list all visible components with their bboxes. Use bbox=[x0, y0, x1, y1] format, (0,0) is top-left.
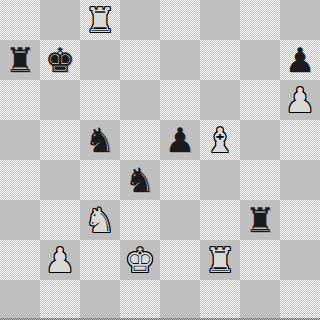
square-h5[interactable] bbox=[280, 120, 320, 160]
square-a4[interactable] bbox=[0, 160, 40, 200]
square-g5[interactable] bbox=[240, 120, 280, 160]
square-g6[interactable] bbox=[240, 80, 280, 120]
white-bishop[interactable]: ♝ bbox=[200, 120, 240, 160]
square-f4[interactable] bbox=[200, 160, 240, 200]
white-pawn[interactable]: ♟ bbox=[280, 80, 320, 120]
square-e2[interactable] bbox=[160, 240, 200, 280]
white-king[interactable]: ♚ bbox=[120, 240, 160, 280]
chess-board: ♜♜♚♟♟♞♟♝♞♞♜♟♚♜ bbox=[0, 0, 320, 320]
black-pawn[interactable]: ♟ bbox=[280, 40, 320, 80]
white-pawn[interactable]: ♟ bbox=[40, 240, 80, 280]
square-h7[interactable]: ♟ bbox=[280, 40, 320, 80]
black-knight[interactable]: ♞ bbox=[120, 160, 160, 200]
white-knight[interactable]: ♞ bbox=[80, 200, 120, 240]
square-c7[interactable] bbox=[80, 40, 120, 80]
square-g1[interactable] bbox=[240, 280, 280, 320]
square-g7[interactable] bbox=[240, 40, 280, 80]
black-rook[interactable]: ♜ bbox=[240, 200, 280, 240]
square-e6[interactable] bbox=[160, 80, 200, 120]
black-knight[interactable]: ♞ bbox=[80, 120, 120, 160]
square-d8[interactable] bbox=[120, 0, 160, 40]
square-b1[interactable] bbox=[40, 280, 80, 320]
square-d1[interactable] bbox=[120, 280, 160, 320]
square-d3[interactable] bbox=[120, 200, 160, 240]
square-e7[interactable] bbox=[160, 40, 200, 80]
square-e4[interactable] bbox=[160, 160, 200, 200]
square-g8[interactable] bbox=[240, 0, 280, 40]
square-c5[interactable]: ♞ bbox=[80, 120, 120, 160]
square-f6[interactable] bbox=[200, 80, 240, 120]
square-b4[interactable] bbox=[40, 160, 80, 200]
square-d6[interactable] bbox=[120, 80, 160, 120]
square-d4[interactable]: ♞ bbox=[120, 160, 160, 200]
square-c2[interactable] bbox=[80, 240, 120, 280]
square-b6[interactable] bbox=[40, 80, 80, 120]
square-g3[interactable]: ♜ bbox=[240, 200, 280, 240]
square-h6[interactable]: ♟ bbox=[280, 80, 320, 120]
black-pawn[interactable]: ♟ bbox=[160, 120, 200, 160]
black-king[interactable]: ♚ bbox=[40, 40, 80, 80]
square-b2[interactable]: ♟ bbox=[40, 240, 80, 280]
square-d5[interactable] bbox=[120, 120, 160, 160]
square-h4[interactable] bbox=[280, 160, 320, 200]
square-c6[interactable] bbox=[80, 80, 120, 120]
square-f8[interactable] bbox=[200, 0, 240, 40]
square-c4[interactable] bbox=[80, 160, 120, 200]
square-f3[interactable] bbox=[200, 200, 240, 240]
square-e8[interactable] bbox=[160, 0, 200, 40]
black-rook[interactable]: ♜ bbox=[0, 40, 40, 80]
square-b5[interactable] bbox=[40, 120, 80, 160]
square-b3[interactable] bbox=[40, 200, 80, 240]
square-e1[interactable] bbox=[160, 280, 200, 320]
square-h8[interactable] bbox=[280, 0, 320, 40]
square-c1[interactable] bbox=[80, 280, 120, 320]
square-e3[interactable] bbox=[160, 200, 200, 240]
square-h3[interactable] bbox=[280, 200, 320, 240]
square-a5[interactable] bbox=[0, 120, 40, 160]
square-a6[interactable] bbox=[0, 80, 40, 120]
square-e5[interactable]: ♟ bbox=[160, 120, 200, 160]
square-a3[interactable] bbox=[0, 200, 40, 240]
square-h1[interactable] bbox=[280, 280, 320, 320]
square-b8[interactable] bbox=[40, 0, 80, 40]
square-a8[interactable] bbox=[0, 0, 40, 40]
white-rook[interactable]: ♜ bbox=[80, 0, 120, 40]
square-f7[interactable] bbox=[200, 40, 240, 80]
square-d7[interactable] bbox=[120, 40, 160, 80]
square-c8[interactable]: ♜ bbox=[80, 0, 120, 40]
square-d2[interactable]: ♚ bbox=[120, 240, 160, 280]
square-c3[interactable]: ♞ bbox=[80, 200, 120, 240]
square-g2[interactable] bbox=[240, 240, 280, 280]
square-a7[interactable]: ♜ bbox=[0, 40, 40, 80]
square-b7[interactable]: ♚ bbox=[40, 40, 80, 80]
square-g4[interactable] bbox=[240, 160, 280, 200]
square-f5[interactable]: ♝ bbox=[200, 120, 240, 160]
square-f2[interactable]: ♜ bbox=[200, 240, 240, 280]
square-h2[interactable] bbox=[280, 240, 320, 280]
square-a1[interactable] bbox=[0, 280, 40, 320]
square-a2[interactable] bbox=[0, 240, 40, 280]
square-f1[interactable] bbox=[200, 280, 240, 320]
white-rook[interactable]: ♜ bbox=[200, 240, 240, 280]
